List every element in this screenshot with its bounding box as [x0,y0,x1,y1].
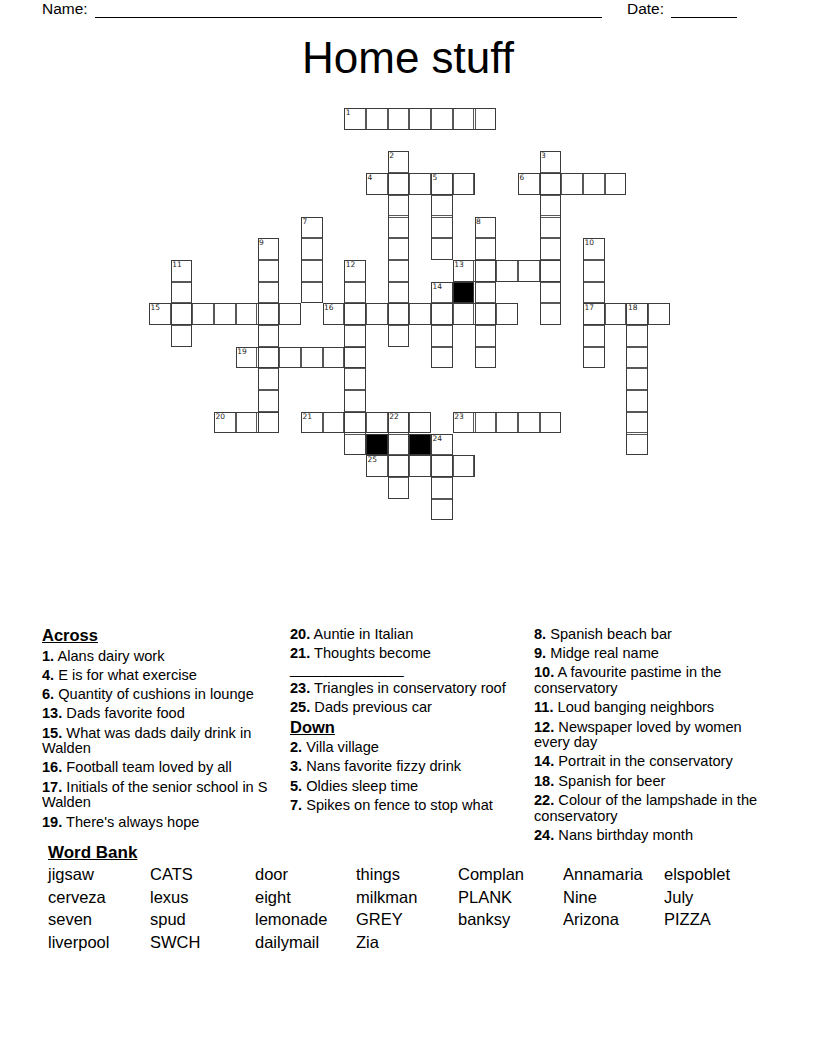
grid-cell[interactable] [540,260,562,282]
clue-number: 10. [534,664,554,680]
cell-number: 10 [585,239,595,247]
grid-cell[interactable] [258,282,280,304]
grid-cell[interactable] [301,347,323,369]
grid-cell[interactable] [279,303,301,325]
cell-number: 13 [454,261,464,269]
grid-cell[interactable] [323,412,345,434]
clue-item: 15. What was dads daily drink in Walden [42,726,289,757]
grid-cell[interactable] [214,303,236,325]
word-bank: jigsawCATSdoorthingsComplanAnnamariaelsp… [48,866,752,951]
clue-text: There's always hope [62,814,199,830]
clue-text: A favourite pastime in the conservatory [534,664,721,696]
grid-cell[interactable] [475,347,497,369]
grid-cell[interactable] [496,412,518,434]
grid-cell[interactable] [496,303,518,325]
word-bank-word: door [255,866,356,883]
clue-item: 24. Nans birthday month [534,828,776,844]
grid-cell[interactable] [366,412,388,434]
across-header: Across [42,628,289,644]
grid-cell[interactable] [540,195,562,217]
word-bank-word: Zia [356,934,458,951]
cell-number: 17 [585,304,595,312]
grid-cell[interactable] [258,260,280,282]
word-bank-word: Annamaria [563,866,664,883]
grid-cell[interactable] [344,347,366,369]
cell-number: 25 [368,456,378,464]
grid-cell[interactable] [453,108,475,130]
clue-item: 2. Villa village [290,740,528,756]
word-bank-word: lemonade [255,911,356,928]
blocked-cell [366,434,388,456]
grid-cell[interactable] [388,260,410,282]
grid-cell[interactable] [366,108,388,130]
clue-text: Dads favorite food [62,705,185,721]
clues-column-3: 8. Spanish beach bar9. Midge real name10… [534,627,776,847]
grid-cell[interactable] [323,347,345,369]
grid-cell[interactable] [475,260,497,282]
clue-text: Thoughts become ______________ [290,645,431,677]
grid-cell[interactable] [540,282,562,304]
blocked-cell [409,434,431,456]
grid-cell[interactable] [496,260,518,282]
clues-column-1: Across1. Alans dairy work4. E is for wha… [42,627,289,834]
clue-text: Portrait in the conservatory [554,753,732,769]
cell-number: 16 [324,304,334,312]
grid-cell[interactable] [301,260,323,282]
clue-number: 6. [42,686,54,702]
clue-text: Dads previous car [310,699,432,715]
grid-cell[interactable] [583,347,605,369]
word-bank-word: eight [255,889,356,906]
clue-item: 11. Loud banging neighbors [534,700,776,716]
clue-number: 20. [290,626,310,642]
grid-cell[interactable] [540,412,562,434]
grid-cell[interactable] [409,412,431,434]
word-bank-word: jigsaw [48,866,150,883]
clue-item: 22. Colour of the lampshade in the conse… [534,793,776,824]
grid-cell[interactable] [258,347,280,369]
crossword-grid: 1461315161719202123252357891011121418222… [149,108,672,522]
grid-cell[interactable] [540,303,562,325]
clue-number: 14. [534,753,554,769]
word-bank-word: cerveza [48,889,150,906]
grid-cell[interactable] [431,347,453,369]
grid-cell[interactable] [475,108,497,130]
clue-item: 6. Quantity of cushions in lounge [42,687,289,703]
cell-number: 1 [346,109,351,117]
grid-cell[interactable] [540,238,562,260]
grid-cell[interactable] [431,325,453,347]
grid-cell[interactable] [258,368,280,390]
grid-cell[interactable] [171,325,193,347]
word-bank-word: PIZZA [664,911,752,928]
clue-item: 14. Portrait in the conservatory [534,754,776,770]
clue-text: Triangles in conservatory roof [310,680,505,696]
cell-number: 21 [302,413,312,421]
word-bank-word: dailymail [255,934,356,951]
clue-item: 10. A favourite pastime in the conservat… [534,665,776,696]
page-title: Home stuff [0,33,816,83]
clue-item: 9. Midge real name [534,646,776,662]
grid-cell[interactable] [388,455,410,477]
grid-cell[interactable] [388,325,410,347]
grid-cell[interactable] [431,195,453,217]
grid-cell[interactable] [279,347,301,369]
grid-cell[interactable] [171,282,193,304]
word-bank-word: Nine [563,889,664,906]
grid-cell[interactable] [626,412,648,434]
cell-number: 9 [259,239,264,247]
clue-item: 5. Oldies sleep time [290,779,528,795]
clue-number: 8. [534,626,546,642]
grid-cell[interactable] [409,173,431,195]
grid-cell[interactable] [236,303,258,325]
clue-text: Oldies sleep time [302,778,418,794]
grid-cell[interactable] [388,477,410,499]
grid-cell[interactable] [388,434,410,456]
clue-item: 16. Football team loved by all [42,760,289,776]
clue-number: 19. [42,814,62,830]
grid-cell[interactable] [453,455,475,477]
grid-cell[interactable] [344,390,366,412]
clue-item: 19. There's always hope [42,815,289,831]
clue-text: Auntie in Italian [310,626,413,642]
clue-text: Midge real name [546,645,659,661]
grid-cell[interactable] [540,217,562,239]
cell-number: 12 [346,261,356,269]
cell-number: 2 [389,152,394,160]
grid-cell[interactable] [431,455,453,477]
grid-cell[interactable] [626,325,648,347]
clue-number: 25. [290,699,310,715]
clue-text: Initials of the senior school in S Walde… [42,779,268,811]
clue-number: 16. [42,759,62,775]
down-header: Down [290,720,528,736]
clue-number: 4. [42,667,54,683]
cell-number: 6 [519,174,524,182]
grid-cell[interactable] [475,238,497,260]
word-bank-word: liverpool [48,934,150,951]
clue-item: 12. Newspaper loved by women every day [534,720,776,751]
clue-text: Quantity of cushions in lounge [54,686,254,702]
cell-number: 4 [368,174,373,182]
grid-cell[interactable] [605,173,627,195]
grid-cell[interactable] [388,303,410,325]
grid-cell[interactable] [388,195,410,217]
clue-number: 5. [290,778,302,794]
grid-cell[interactable] [626,434,648,456]
date-line[interactable] [671,1,737,18]
clue-text: Colour of the lampshade in the conservat… [534,792,757,824]
clue-item: 3. Nans favorite fizzy drink [290,759,528,775]
clue-item: 1. Alans dairy work [42,649,289,665]
grid-cell[interactable] [258,325,280,347]
clue-number: 1. [42,648,54,664]
clue-number: 23. [290,680,310,696]
clue-number: 18. [534,773,554,789]
grid-cell[interactable] [453,303,475,325]
grid-cell[interactable] [388,108,410,130]
grid-cell[interactable] [344,434,366,456]
clue-number: 12. [534,719,554,735]
clue-text: E is for what exercise [54,667,197,683]
word-bank-word: things [356,866,458,883]
clue-item: 7. Spikes on fence to stop what [290,798,528,814]
cell-number: 15 [151,304,161,312]
grid-cell[interactable] [561,173,583,195]
grid-cell[interactable] [258,412,280,434]
clue-item: 4. E is for what exercise [42,668,289,684]
grid-cell[interactable] [388,217,410,239]
name-label: Name: [42,0,88,18]
grid-cell[interactable] [344,282,366,304]
clue-item: 8. Spanish beach bar [534,627,776,643]
clue-item: 23. Triangles in conservatory roof [290,681,528,697]
grid-cell[interactable] [626,368,648,390]
cell-number: 14 [433,283,443,291]
clue-text: What was dads daily drink in Walden [42,725,251,757]
grid-cell[interactable] [431,303,453,325]
grid-cell[interactable] [388,238,410,260]
cell-number: 8 [476,218,481,226]
grid-cell[interactable] [344,412,366,434]
grid-cell[interactable] [409,108,431,130]
clue-number: 22. [534,792,554,808]
clue-number: 11. [534,699,553,715]
grid-cell[interactable] [344,325,366,347]
grid-cell[interactable] [431,499,453,521]
grid-cell[interactable] [431,217,453,239]
grid-cell[interactable] [605,303,627,325]
clue-number: 7. [290,797,302,813]
cell-number: 19 [237,348,247,356]
grid-cell[interactable] [648,303,670,325]
cell-number: 18 [628,304,638,312]
cell-number: 7 [302,218,307,226]
date-label: Date: [627,0,664,18]
clue-number: 13. [42,705,62,721]
clue-number: 21. [290,645,310,661]
grid-cell[interactable] [344,303,366,325]
clue-text: Spanish beach bar [546,626,672,642]
word-bank-word: spud [150,911,255,928]
clue-item: 25. Dads previous car [290,700,528,716]
cell-number: 20 [216,413,226,421]
cell-number: 11 [172,261,182,269]
grid-cell[interactable] [475,303,497,325]
word-bank-word: SWCH [150,934,255,951]
grid-cell[interactable] [409,303,431,325]
clue-item: 13. Dads favorite food [42,706,289,722]
name-line[interactable] [95,1,602,18]
grid-cell[interactable] [583,260,605,282]
word-bank-word: banksy [458,911,563,928]
clues-column-2: 20. Auntie in Italian21. Thoughts become… [290,627,528,817]
grid-cell[interactable] [301,238,323,260]
grid-cell[interactable] [518,260,540,282]
grid-cell[interactable] [192,303,214,325]
clue-text: Villa village [302,739,379,755]
grid-cell[interactable] [301,282,323,304]
grid-cell[interactable] [518,412,540,434]
clue-number: 15. [42,725,62,741]
word-bank-word: GREY [356,911,458,928]
grid-cell[interactable] [431,477,453,499]
grid-cell[interactable] [475,282,497,304]
grid-cell[interactable] [431,108,453,130]
word-bank-word: Complan [458,866,563,883]
grid-cell[interactable] [366,303,388,325]
cell-number: 22 [389,413,399,421]
cell-number: 24 [433,435,443,443]
clue-text: Nans birthday month [554,827,693,843]
clue-item: 21. Thoughts become ______________ [290,646,528,677]
word-bank-word: PLANK [458,889,563,906]
grid-cell[interactable] [258,390,280,412]
grid-cell[interactable] [583,173,605,195]
word-bank-word: milkman [356,889,458,906]
grid-cell[interactable] [431,238,453,260]
clue-text: Nans favorite fizzy drink [302,758,461,774]
grid-cell[interactable] [388,173,410,195]
word-bank-word: lexus [150,889,255,906]
word-bank-word: CATS [150,866,255,883]
grid-cell[interactable] [236,412,258,434]
clue-item: 17. Initials of the senior school in S W… [42,780,289,811]
clue-text: Spanish for beer [554,773,665,789]
word-bank-word: seven [48,911,150,928]
clue-number: 9. [534,645,546,661]
clue-number: 2. [290,739,302,755]
grid-cell[interactable] [475,325,497,347]
clue-item: 18. Spanish for beer [534,774,776,790]
grid-cell[interactable] [583,325,605,347]
clue-text: Newspaper loved by women every day [534,719,742,751]
cell-number: 5 [433,174,438,182]
word-bank-header: Word Bank [48,843,137,863]
grid-cell[interactable] [409,455,431,477]
clue-text: Spikes on fence to stop what [302,797,493,813]
grid-cell[interactable] [626,347,648,369]
grid-cell[interactable] [388,282,410,304]
grid-cell[interactable] [626,390,648,412]
grid-cell[interactable] [475,412,497,434]
clue-number: 17. [42,779,62,795]
clue-text: Loud banging neighbors [553,699,714,715]
clue-number: 24. [534,827,554,843]
grid-cell[interactable] [453,173,475,195]
clue-text: Football team loved by all [62,759,232,775]
grid-cell[interactable] [171,303,193,325]
word-bank-word: July [664,889,752,906]
word-bank-word: elspoblet [664,866,752,883]
grid-cell[interactable] [344,368,366,390]
grid-cell[interactable] [258,303,280,325]
cell-number: 3 [541,152,546,160]
blocked-cell [453,282,475,304]
clue-item: 20. Auntie in Italian [290,627,528,643]
word-bank-word: Arizona [563,911,664,928]
grid-cell[interactable] [540,173,562,195]
clue-text: Alans dairy work [54,648,164,664]
cell-number: 23 [454,413,464,421]
grid-cell[interactable] [583,282,605,304]
clue-number: 3. [290,758,302,774]
